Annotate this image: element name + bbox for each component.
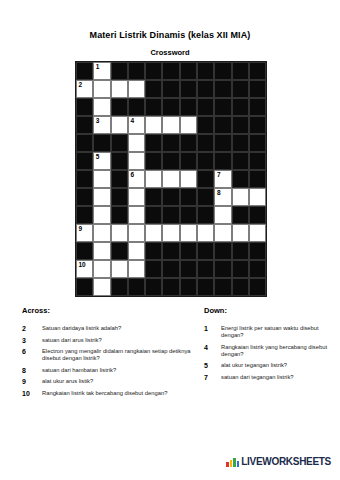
- answer-cell[interactable]: [111, 80, 128, 98]
- across-clue: 6Electron yang mengalir didalam rangkaia…: [22, 348, 194, 362]
- crossword-grid: 12345678910: [75, 61, 267, 297]
- block-cell: [111, 170, 128, 188]
- block-cell: [214, 134, 231, 152]
- answer-cell[interactable]: [128, 134, 145, 152]
- answer-cell[interactable]: 9: [76, 224, 93, 242]
- clue-text: satuan dari arus listrik?: [42, 337, 192, 344]
- answer-cell[interactable]: [180, 116, 197, 134]
- block-cell: [197, 80, 214, 98]
- across-clue: 3satuan dari arus listrik?: [22, 337, 194, 344]
- block-cell: [249, 242, 266, 260]
- block-cell: [145, 80, 162, 98]
- block-cell: [197, 152, 214, 170]
- block-cell: [180, 98, 197, 116]
- answer-cell[interactable]: [111, 260, 128, 278]
- across-clues-section: Across: 2Satuan daridaya listrik adalah?…: [22, 306, 194, 401]
- cell-number: 4: [130, 117, 134, 124]
- cell-number: 5: [96, 153, 100, 160]
- answer-cell[interactable]: [249, 188, 266, 206]
- block-cell: [145, 278, 162, 296]
- block-cell: [197, 278, 214, 296]
- block-cell: [197, 98, 214, 116]
- cell-number: 8: [217, 189, 221, 196]
- answer-cell[interactable]: [128, 242, 145, 260]
- block-cell: [214, 80, 231, 98]
- block-cell: [162, 242, 179, 260]
- answer-cell[interactable]: [93, 242, 110, 260]
- answer-cell[interactable]: 2: [76, 80, 93, 98]
- answer-cell[interactable]: 1: [93, 62, 110, 80]
- answer-cell[interactable]: [162, 170, 179, 188]
- block-cell: [249, 98, 266, 116]
- block-cell: [232, 134, 249, 152]
- block-cell: [197, 188, 214, 206]
- clue-number: 1: [204, 325, 221, 339]
- block-cell: [76, 134, 93, 152]
- block-cell: [180, 152, 197, 170]
- answer-cell[interactable]: 5: [93, 152, 110, 170]
- block-cell: [93, 134, 110, 152]
- down-clue: 1Energi listrik per satuan waktu disebut…: [204, 325, 334, 339]
- answer-cell[interactable]: [111, 224, 128, 242]
- answer-cell[interactable]: [93, 98, 110, 116]
- clue-text: satuan dari tegangan listrik?: [221, 374, 329, 381]
- block-cell: [214, 62, 231, 80]
- cell-number: 9: [79, 225, 83, 232]
- across-clue: 9alat ukur arus listik?: [22, 378, 194, 385]
- block-cell: [76, 62, 93, 80]
- down-clue: 5alat ukur tegangan listrik?: [204, 362, 334, 369]
- block-cell: [180, 134, 197, 152]
- block-cell: [232, 278, 249, 296]
- block-cell: [197, 260, 214, 278]
- block-cell: [145, 242, 162, 260]
- clue-text: Rangkaian listrik tak bercabang disebut …: [42, 390, 192, 397]
- block-cell: [249, 260, 266, 278]
- block-cell: [249, 80, 266, 98]
- answer-cell[interactable]: [249, 224, 266, 242]
- block-cell: [249, 206, 266, 224]
- down-clue-list: 1Energi listrik per satuan waktu disebut…: [204, 325, 334, 381]
- answer-cell[interactable]: 10: [76, 260, 93, 278]
- block-cell: [214, 260, 231, 278]
- clue-text: alat ukur tegangan listrik?: [221, 362, 329, 369]
- block-cell: [249, 116, 266, 134]
- block-cell: [232, 260, 249, 278]
- block-cell: [111, 188, 128, 206]
- answer-cell[interactable]: 8: [214, 188, 231, 206]
- clue-text: Rangkaian listrik yang bercabang disebut…: [221, 344, 329, 358]
- block-cell: [232, 170, 249, 188]
- answer-cell[interactable]: [145, 116, 162, 134]
- answer-cell[interactable]: [93, 80, 110, 98]
- answer-cell[interactable]: [232, 188, 249, 206]
- answer-cell[interactable]: [128, 188, 145, 206]
- block-cell: [214, 98, 231, 116]
- block-cell: [76, 152, 93, 170]
- block-cell: [145, 206, 162, 224]
- block-cell: [232, 116, 249, 134]
- answer-cell[interactable]: [214, 224, 231, 242]
- block-cell: [197, 242, 214, 260]
- answer-cell[interactable]: [162, 224, 179, 242]
- cell-number: 7: [217, 171, 221, 178]
- clue-text: alat ukur arus listik?: [42, 378, 192, 385]
- clue-number: 6: [22, 348, 42, 362]
- block-cell: [180, 278, 197, 296]
- block-cell: [128, 98, 145, 116]
- clue-number: 2: [22, 325, 42, 332]
- cell-number: 10: [79, 261, 86, 268]
- block-cell: [76, 242, 93, 260]
- clue-text: satuan dari hambatan listrik?: [42, 367, 192, 374]
- block-cell: [128, 62, 145, 80]
- liveworksheets-chart-icon: [226, 457, 239, 467]
- block-cell: [249, 62, 266, 80]
- block-cell: [180, 260, 197, 278]
- answer-cell[interactable]: [128, 80, 145, 98]
- answer-cell[interactable]: [180, 224, 197, 242]
- block-cell: [180, 80, 197, 98]
- down-header: Down:: [204, 306, 334, 315]
- block-cell: [145, 62, 162, 80]
- block-cell: [111, 98, 128, 116]
- block-cell: [145, 260, 162, 278]
- clue-number: 5: [204, 362, 221, 369]
- block-cell: [162, 134, 179, 152]
- block-cell: [111, 206, 128, 224]
- answer-cell[interactable]: [93, 224, 110, 242]
- answer-cell[interactable]: [128, 152, 145, 170]
- page-title: Materi Listrik Dinamis (kelas XII MIA): [0, 30, 340, 40]
- answer-cell[interactable]: [145, 224, 162, 242]
- across-header: Across:: [22, 306, 194, 315]
- answer-cell[interactable]: [128, 260, 145, 278]
- block-cell: [111, 62, 128, 80]
- answer-cell[interactable]: [162, 116, 179, 134]
- clue-number: 10: [22, 390, 42, 397]
- across-clue: 8satuan dari hambatan listrik?: [22, 367, 194, 374]
- clue-number: 3: [22, 337, 42, 344]
- down-clues-section: Down: 1Energi listrik per satuan waktu d…: [204, 306, 334, 385]
- block-cell: [162, 260, 179, 278]
- block-cell: [180, 206, 197, 224]
- block-cell: [197, 62, 214, 80]
- block-cell: [111, 152, 128, 170]
- block-cell: [162, 62, 179, 80]
- block-cell: [249, 278, 266, 296]
- block-cell: [197, 206, 214, 224]
- block-cell: [162, 152, 179, 170]
- liveworksheets-brand-text: LIVEWORKSHEETS: [241, 456, 331, 467]
- block-cell: [111, 134, 128, 152]
- cell-number: 6: [130, 171, 134, 178]
- answer-cell[interactable]: [93, 188, 110, 206]
- block-cell: [232, 152, 249, 170]
- answer-cell[interactable]: 4: [128, 116, 145, 134]
- block-cell: [128, 278, 145, 296]
- block-cell: [76, 206, 93, 224]
- block-cell: [162, 98, 179, 116]
- answer-cell[interactable]: [128, 224, 145, 242]
- block-cell: [180, 62, 197, 80]
- block-cell: [76, 116, 93, 134]
- block-cell: [145, 152, 162, 170]
- down-clue: 7satuan dari tegangan listrik?: [204, 374, 334, 381]
- cell-number: 2: [79, 81, 83, 88]
- block-cell: [232, 62, 249, 80]
- clue-number: 9: [22, 378, 42, 385]
- block-cell: [162, 278, 179, 296]
- across-clue: 10Rangkaian listrik tak bercabang disebu…: [22, 390, 194, 397]
- block-cell: [162, 188, 179, 206]
- block-cell: [111, 242, 128, 260]
- block-cell: [145, 134, 162, 152]
- block-cell: [214, 152, 231, 170]
- answer-cell[interactable]: [214, 206, 231, 224]
- across-clue-list: 2Satuan daridaya listrik adalah?3satuan …: [22, 325, 194, 397]
- block-cell: [180, 242, 197, 260]
- block-cell: [145, 188, 162, 206]
- puzzle-subtitle: Crossword: [0, 48, 340, 57]
- answer-cell[interactable]: 7: [214, 170, 231, 188]
- clue-number: 8: [22, 367, 42, 374]
- answer-cell[interactable]: [180, 170, 197, 188]
- answer-cell[interactable]: [197, 224, 214, 242]
- block-cell: [249, 152, 266, 170]
- worksheet-page: Materi Listrik Dinamis (kelas XII MIA) C…: [0, 0, 340, 480]
- block-cell: [180, 188, 197, 206]
- block-cell: [232, 206, 249, 224]
- answer-cell[interactable]: [111, 116, 128, 134]
- clue-number: 4: [204, 344, 221, 358]
- block-cell: [232, 80, 249, 98]
- block-cell: [232, 242, 249, 260]
- answer-cell[interactable]: 6: [128, 170, 145, 188]
- answer-cell[interactable]: 3: [93, 116, 110, 134]
- answer-cell[interactable]: [145, 170, 162, 188]
- cell-number: 3: [96, 117, 100, 124]
- answer-cell[interactable]: [93, 170, 110, 188]
- block-cell: [76, 170, 93, 188]
- block-cell: [76, 98, 93, 116]
- liveworksheets-logo[interactable]: LIVEWORKSHEETS: [226, 456, 331, 467]
- answer-cell[interactable]: [232, 224, 249, 242]
- block-cell: [145, 98, 162, 116]
- cell-number: 1: [96, 63, 100, 70]
- block-cell: [197, 116, 214, 134]
- block-cell: [232, 98, 249, 116]
- clue-text: Satuan daridaya listrik adalah?: [42, 325, 192, 332]
- block-cell: [197, 170, 214, 188]
- answer-cell[interactable]: [128, 206, 145, 224]
- across-clue: 2Satuan daridaya listrik adalah?: [22, 325, 194, 332]
- block-cell: [76, 188, 93, 206]
- block-cell: [111, 278, 128, 296]
- block-cell: [249, 134, 266, 152]
- answer-cell[interactable]: [93, 278, 110, 296]
- answer-cell[interactable]: [93, 206, 110, 224]
- block-cell: [162, 206, 179, 224]
- block-cell: [76, 278, 93, 296]
- block-cell: [197, 134, 214, 152]
- down-clue: 4Rangkaian listrik yang bercabang disebu…: [204, 344, 334, 358]
- block-cell: [162, 80, 179, 98]
- block-cell: [214, 116, 231, 134]
- answer-cell[interactable]: [93, 260, 110, 278]
- clue-number: 7: [204, 374, 221, 381]
- block-cell: [214, 242, 231, 260]
- block-cell: [214, 278, 231, 296]
- clue-text: Energi listrik per satuan waktu disebut …: [221, 325, 329, 339]
- clue-text: Electron yang mengalir didalam rangkaian…: [42, 348, 192, 362]
- block-cell: [249, 170, 266, 188]
